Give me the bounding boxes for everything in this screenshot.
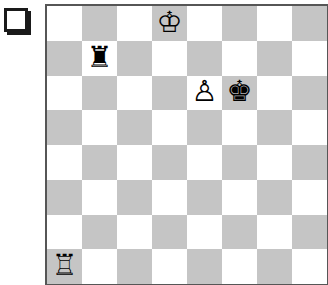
square-e3[interactable] xyxy=(187,180,222,215)
square-e4[interactable] xyxy=(187,145,222,180)
square-a7[interactable] xyxy=(47,41,82,76)
square-a5[interactable] xyxy=(47,110,82,145)
square-g7[interactable] xyxy=(257,41,292,76)
square-d4[interactable] xyxy=(152,145,187,180)
square-d7[interactable] xyxy=(152,41,187,76)
square-b2[interactable] xyxy=(82,215,117,250)
square-g8[interactable] xyxy=(257,6,292,41)
square-a2[interactable] xyxy=(47,215,82,250)
square-c2[interactable] xyxy=(117,215,152,250)
square-a6[interactable] xyxy=(47,76,82,111)
square-e2[interactable] xyxy=(187,215,222,250)
black-rook: ♜ xyxy=(87,43,113,72)
square-a1[interactable]: ♖ xyxy=(47,249,82,284)
square-h7[interactable] xyxy=(292,41,327,76)
square-c1[interactable] xyxy=(117,249,152,284)
square-g1[interactable] xyxy=(257,249,292,284)
square-f7[interactable] xyxy=(222,41,257,76)
square-d5[interactable] xyxy=(152,110,187,145)
square-f2[interactable] xyxy=(222,215,257,250)
square-b4[interactable] xyxy=(82,145,117,180)
square-e5[interactable] xyxy=(187,110,222,145)
square-a4[interactable] xyxy=(47,145,82,180)
square-f1[interactable] xyxy=(222,249,257,284)
square-f8[interactable] xyxy=(222,6,257,41)
chess-board: ♔♜♙♚♖ xyxy=(45,4,328,285)
white-pawn: ♙ xyxy=(192,77,218,106)
square-c7[interactable] xyxy=(117,41,152,76)
square-g3[interactable] xyxy=(257,180,292,215)
square-c8[interactable] xyxy=(117,6,152,41)
white-rook: ♖ xyxy=(52,251,78,280)
square-c5[interactable] xyxy=(117,110,152,145)
square-d8[interactable]: ♔ xyxy=(152,6,187,41)
square-h3[interactable] xyxy=(292,180,327,215)
square-d3[interactable] xyxy=(152,180,187,215)
square-b7[interactable]: ♜ xyxy=(82,41,117,76)
square-g6[interactable] xyxy=(257,76,292,111)
black-king: ♚ xyxy=(227,77,253,106)
square-d1[interactable] xyxy=(152,249,187,284)
square-b3[interactable] xyxy=(82,180,117,215)
square-g2[interactable] xyxy=(257,215,292,250)
square-e8[interactable] xyxy=(187,6,222,41)
square-a8[interactable] xyxy=(47,6,82,41)
square-f6[interactable]: ♚ xyxy=(222,76,257,111)
square-e1[interactable] xyxy=(187,249,222,284)
square-f3[interactable] xyxy=(222,180,257,215)
square-f4[interactable] xyxy=(222,145,257,180)
square-h8[interactable] xyxy=(292,6,327,41)
square-c3[interactable] xyxy=(117,180,152,215)
square-a3[interactable] xyxy=(47,180,82,215)
square-d6[interactable] xyxy=(152,76,187,111)
square-h2[interactable] xyxy=(292,215,327,250)
square-b8[interactable] xyxy=(82,6,117,41)
square-c6[interactable] xyxy=(117,76,152,111)
white-to-move-indicator xyxy=(4,8,28,32)
square-b6[interactable] xyxy=(82,76,117,111)
square-c4[interactable] xyxy=(117,145,152,180)
square-e6[interactable]: ♙ xyxy=(187,76,222,111)
square-g4[interactable] xyxy=(257,145,292,180)
square-h1[interactable] xyxy=(292,249,327,284)
square-h6[interactable] xyxy=(292,76,327,111)
square-g5[interactable] xyxy=(257,110,292,145)
white-king: ♔ xyxy=(157,8,183,37)
square-b1[interactable] xyxy=(82,249,117,284)
square-b5[interactable] xyxy=(82,110,117,145)
square-h5[interactable] xyxy=(292,110,327,145)
square-h4[interactable] xyxy=(292,145,327,180)
square-e7[interactable] xyxy=(187,41,222,76)
square-f5[interactable] xyxy=(222,110,257,145)
square-d2[interactable] xyxy=(152,215,187,250)
